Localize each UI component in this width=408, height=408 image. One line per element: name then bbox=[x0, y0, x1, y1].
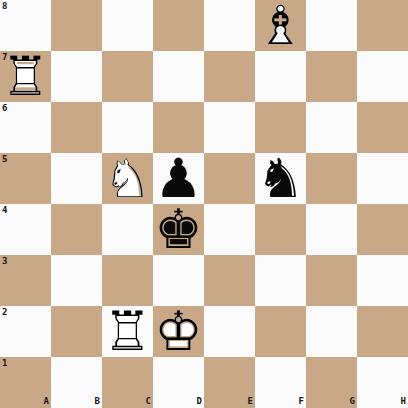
square-b1[interactable]: B bbox=[51, 357, 102, 408]
square-b7[interactable] bbox=[51, 51, 102, 102]
square-g8[interactable] bbox=[306, 0, 357, 51]
piece-glyph-outline: ♖ bbox=[102, 306, 153, 357]
square-g1[interactable]: G bbox=[306, 357, 357, 408]
piece-glyph-outline: ♔ bbox=[153, 306, 204, 357]
square-f2[interactable] bbox=[255, 306, 306, 357]
square-d8[interactable] bbox=[153, 0, 204, 51]
square-a1[interactable]: 1A bbox=[0, 357, 51, 408]
square-h6[interactable] bbox=[357, 102, 408, 153]
square-g4[interactable] bbox=[306, 204, 357, 255]
rank-label: 2 bbox=[2, 308, 7, 317]
square-b6[interactable] bbox=[51, 102, 102, 153]
piece-black-pawn[interactable]: ♟ bbox=[153, 153, 204, 204]
square-g6[interactable] bbox=[306, 102, 357, 153]
square-g5[interactable] bbox=[306, 153, 357, 204]
piece-white-knight[interactable]: ♞♘ bbox=[102, 153, 153, 204]
square-h7[interactable] bbox=[357, 51, 408, 102]
square-c3[interactable] bbox=[102, 255, 153, 306]
square-d4[interactable]: ♚ bbox=[153, 204, 204, 255]
square-g7[interactable] bbox=[306, 51, 357, 102]
piece-black-king[interactable]: ♚ bbox=[153, 204, 204, 255]
square-d2[interactable]: ♚♔ bbox=[153, 306, 204, 357]
square-f1[interactable]: F bbox=[255, 357, 306, 408]
square-e6[interactable] bbox=[204, 102, 255, 153]
piece-white-king[interactable]: ♚♔ bbox=[153, 306, 204, 357]
piece-black-knight[interactable]: ♞ bbox=[255, 153, 306, 204]
square-c8[interactable] bbox=[102, 0, 153, 51]
square-f7[interactable] bbox=[255, 51, 306, 102]
square-c1[interactable]: C bbox=[102, 357, 153, 408]
rank-label: 6 bbox=[2, 104, 7, 113]
square-e8[interactable] bbox=[204, 0, 255, 51]
square-h4[interactable] bbox=[357, 204, 408, 255]
square-e5[interactable] bbox=[204, 153, 255, 204]
rank-label: 7 bbox=[2, 53, 7, 62]
rank-label: 3 bbox=[2, 257, 7, 266]
square-g2[interactable] bbox=[306, 306, 357, 357]
square-g3[interactable] bbox=[306, 255, 357, 306]
file-label: B bbox=[95, 397, 100, 406]
file-label: C bbox=[146, 397, 151, 406]
square-d5[interactable]: ♟ bbox=[153, 153, 204, 204]
file-label: E bbox=[248, 397, 253, 406]
square-c6[interactable] bbox=[102, 102, 153, 153]
piece-glyph-outline: ♘ bbox=[102, 153, 153, 204]
square-h3[interactable] bbox=[357, 255, 408, 306]
square-c4[interactable] bbox=[102, 204, 153, 255]
square-h1[interactable]: H bbox=[357, 357, 408, 408]
file-label: D bbox=[197, 397, 202, 406]
square-c5[interactable]: ♞♘ bbox=[102, 153, 153, 204]
square-b4[interactable] bbox=[51, 204, 102, 255]
rank-label: 5 bbox=[2, 155, 7, 164]
square-f4[interactable] bbox=[255, 204, 306, 255]
square-b3[interactable] bbox=[51, 255, 102, 306]
square-f3[interactable] bbox=[255, 255, 306, 306]
square-e3[interactable] bbox=[204, 255, 255, 306]
square-d1[interactable]: D bbox=[153, 357, 204, 408]
square-a2[interactable]: 2 bbox=[0, 306, 51, 357]
square-h2[interactable] bbox=[357, 306, 408, 357]
square-a5[interactable]: 5 bbox=[0, 153, 51, 204]
rank-label: 1 bbox=[2, 359, 7, 368]
file-label: H bbox=[401, 397, 406, 406]
file-label: F bbox=[299, 397, 304, 406]
piece-glyph-outline: ♖ bbox=[0, 51, 51, 102]
piece-white-rook[interactable]: ♜♖ bbox=[102, 306, 153, 357]
square-b2[interactable] bbox=[51, 306, 102, 357]
square-d6[interactable] bbox=[153, 102, 204, 153]
square-h5[interactable] bbox=[357, 153, 408, 204]
square-a4[interactable]: 4 bbox=[0, 204, 51, 255]
piece-glyph: ♞ bbox=[255, 153, 306, 204]
piece-glyph: ♟ bbox=[153, 153, 204, 204]
square-e1[interactable]: E bbox=[204, 357, 255, 408]
square-f6[interactable] bbox=[255, 102, 306, 153]
file-label: A bbox=[44, 397, 49, 406]
square-c7[interactable] bbox=[102, 51, 153, 102]
piece-glyph-outline: ♗ bbox=[255, 0, 306, 51]
square-a8[interactable]: 8 bbox=[0, 0, 51, 51]
rank-label: 8 bbox=[2, 2, 7, 11]
square-h8[interactable] bbox=[357, 0, 408, 51]
piece-white-rook[interactable]: ♜♖ bbox=[0, 51, 51, 102]
square-b5[interactable] bbox=[51, 153, 102, 204]
piece-glyph: ♚ bbox=[153, 204, 204, 255]
square-a3[interactable]: 3 bbox=[0, 255, 51, 306]
square-d3[interactable] bbox=[153, 255, 204, 306]
rank-label: 4 bbox=[2, 206, 7, 215]
square-e4[interactable] bbox=[204, 204, 255, 255]
square-e7[interactable] bbox=[204, 51, 255, 102]
square-c2[interactable]: ♜♖ bbox=[102, 306, 153, 357]
piece-white-bishop[interactable]: ♝♗ bbox=[255, 0, 306, 51]
chess-board: 8♝♗7♜♖65♞♘♟♞4♚32♜♖♚♔1ABCDEFGH bbox=[0, 0, 408, 408]
square-b8[interactable] bbox=[51, 0, 102, 51]
square-d7[interactable] bbox=[153, 51, 204, 102]
square-e2[interactable] bbox=[204, 306, 255, 357]
square-a7[interactable]: 7♜♖ bbox=[0, 51, 51, 102]
file-label: G bbox=[350, 397, 355, 406]
square-a6[interactable]: 6 bbox=[0, 102, 51, 153]
square-f5[interactable]: ♞ bbox=[255, 153, 306, 204]
square-f8[interactable]: ♝♗ bbox=[255, 0, 306, 51]
